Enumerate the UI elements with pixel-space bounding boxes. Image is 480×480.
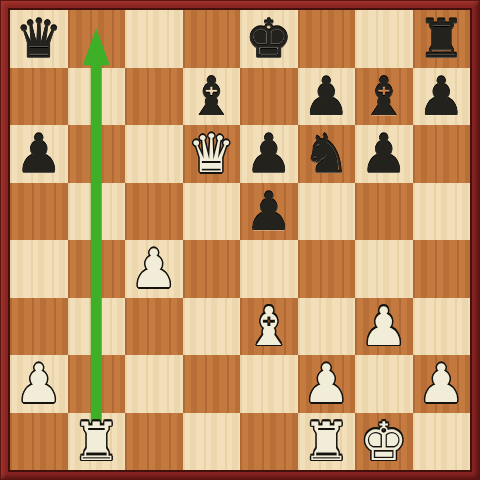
square-d5[interactable] <box>183 183 241 241</box>
square-a5[interactable] <box>10 183 68 241</box>
piece-black-pawn-a6[interactable]: ♟ <box>10 125 68 183</box>
square-f3[interactable] <box>298 298 356 356</box>
piece-black-pawn-e6[interactable]: ♟ <box>240 125 298 183</box>
square-h1[interactable] <box>413 413 471 471</box>
square-d2[interactable] <box>183 355 241 413</box>
piece-white-pawn-f2[interactable]: ♟ <box>298 355 356 413</box>
piece-black-pawn-g6[interactable]: ♟ <box>355 125 413 183</box>
piece-white-king-g1[interactable]: ♚ <box>355 413 413 471</box>
square-f8[interactable] <box>298 10 356 68</box>
square-g4[interactable] <box>355 240 413 298</box>
square-g5[interactable] <box>355 183 413 241</box>
square-b4[interactable] <box>68 240 126 298</box>
square-f5[interactable] <box>298 183 356 241</box>
square-d3[interactable] <box>183 298 241 356</box>
piece-black-knight-f6[interactable]: ♞ <box>298 125 356 183</box>
square-d4[interactable] <box>183 240 241 298</box>
square-g8[interactable] <box>355 10 413 68</box>
piece-white-queen-d6[interactable]: ♛ <box>183 125 241 183</box>
square-b2[interactable] <box>68 355 126 413</box>
square-a3[interactable] <box>10 298 68 356</box>
square-c8[interactable] <box>125 10 183 68</box>
square-e7[interactable] <box>240 68 298 126</box>
piece-black-bishop-d7[interactable]: ♝ <box>183 68 241 126</box>
square-c7[interactable] <box>125 68 183 126</box>
piece-white-rook-b1[interactable]: ♜ <box>68 413 126 471</box>
piece-white-rook-f1[interactable]: ♜ <box>298 413 356 471</box>
square-b6[interactable] <box>68 125 126 183</box>
square-b5[interactable] <box>68 183 126 241</box>
piece-white-pawn-h2[interactable]: ♟ <box>413 355 471 413</box>
piece-white-pawn-a2[interactable]: ♟ <box>10 355 68 413</box>
square-h3[interactable] <box>413 298 471 356</box>
square-b7[interactable] <box>68 68 126 126</box>
piece-black-rook-h8[interactable]: ♜ <box>413 10 471 68</box>
piece-white-pawn-c4[interactable]: ♟ <box>125 240 183 298</box>
piece-white-bishop-e3[interactable]: ♝ <box>240 298 298 356</box>
square-b3[interactable] <box>68 298 126 356</box>
square-e4[interactable] <box>240 240 298 298</box>
piece-white-pawn-g3[interactable]: ♟ <box>355 298 413 356</box>
square-d1[interactable] <box>183 413 241 471</box>
square-c3[interactable] <box>125 298 183 356</box>
square-c2[interactable] <box>125 355 183 413</box>
piece-black-bishop-g7[interactable]: ♝ <box>355 68 413 126</box>
square-a7[interactable] <box>10 68 68 126</box>
square-e1[interactable] <box>240 413 298 471</box>
square-c5[interactable] <box>125 183 183 241</box>
square-g2[interactable] <box>355 355 413 413</box>
square-c1[interactable] <box>125 413 183 471</box>
chess-board: ♛♚♜♝♟♝♟♟♛♟♞♟♟♟♝♟♟♟♟♜♜♚ <box>10 10 470 470</box>
piece-black-pawn-h7[interactable]: ♟ <box>413 68 471 126</box>
square-h6[interactable] <box>413 125 471 183</box>
square-c6[interactable] <box>125 125 183 183</box>
square-b8[interactable] <box>68 10 126 68</box>
piece-black-queen-a8[interactable]: ♛ <box>10 10 68 68</box>
piece-black-king-e8[interactable]: ♚ <box>240 10 298 68</box>
square-d8[interactable] <box>183 10 241 68</box>
square-e2[interactable] <box>240 355 298 413</box>
piece-black-pawn-e5[interactable]: ♟ <box>240 183 298 241</box>
square-a4[interactable] <box>10 240 68 298</box>
piece-black-pawn-f7[interactable]: ♟ <box>298 68 356 126</box>
board-frame: ♛♚♜♝♟♝♟♟♛♟♞♟♟♟♝♟♟♟♟♜♜♚ <box>0 0 480 480</box>
square-h5[interactable] <box>413 183 471 241</box>
square-a1[interactable] <box>10 413 68 471</box>
square-h4[interactable] <box>413 240 471 298</box>
square-f4[interactable] <box>298 240 356 298</box>
